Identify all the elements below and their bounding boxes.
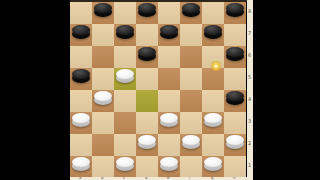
piece-black-d6[interactable] (138, 47, 156, 61)
piece-black-h4[interactable] (226, 91, 244, 105)
square-h6[interactable] (224, 46, 246, 68)
piece-black-a7[interactable] (72, 25, 90, 39)
square-e8[interactable] (158, 2, 180, 24)
square-a7[interactable] (70, 24, 92, 46)
square-c7[interactable] (114, 24, 136, 46)
square-c3[interactable] (114, 112, 136, 134)
piece-white-a3[interactable] (72, 113, 90, 127)
piece-white-c5[interactable] (116, 69, 134, 83)
square-e6[interactable] (158, 46, 180, 68)
piece-white-g3[interactable] (204, 113, 222, 127)
square-b3[interactable] (92, 112, 114, 134)
rank-label-1: 1 (248, 163, 251, 168)
rank-label-7: 7 (248, 31, 251, 36)
piece-black-a5[interactable] (72, 69, 90, 83)
square-b8[interactable] (92, 2, 114, 24)
piece-white-e3[interactable] (160, 113, 178, 127)
piece-white-b4[interactable] (94, 91, 112, 105)
square-e5[interactable] (158, 68, 180, 90)
piece-white-f2[interactable] (182, 135, 200, 149)
square-g6[interactable] (202, 46, 224, 68)
file-label-c: c (123, 177, 125, 180)
rank-label-5: 5 (248, 75, 251, 80)
square-h8[interactable] (224, 2, 246, 24)
square-b2[interactable] (92, 134, 114, 156)
square-d6[interactable] (136, 46, 158, 68)
rank-label-6: 6 (248, 53, 251, 58)
piece-black-e7[interactable] (160, 25, 178, 39)
piece-white-g1[interactable] (204, 157, 222, 171)
square-c8[interactable] (114, 2, 136, 24)
piece-white-d2[interactable] (138, 135, 156, 149)
square-g2[interactable] (202, 134, 224, 156)
square-b6[interactable] (92, 46, 114, 68)
piece-white-a1[interactable] (72, 157, 90, 171)
square-f1[interactable] (180, 156, 202, 178)
piece-white-h2[interactable] (226, 135, 244, 149)
square-g4[interactable] (202, 90, 224, 112)
square-e2[interactable] (158, 134, 180, 156)
square-d8[interactable] (136, 2, 158, 24)
square-d3[interactable] (136, 112, 158, 134)
square-a5[interactable] (70, 68, 92, 90)
file-label-d: d (145, 177, 148, 180)
file-label-e: e (167, 177, 169, 180)
square-c5[interactable] (114, 68, 136, 90)
piece-white-c1[interactable] (116, 157, 134, 171)
square-d1[interactable] (136, 156, 158, 178)
square-h4[interactable] (224, 90, 246, 112)
square-g7[interactable] (202, 24, 224, 46)
piece-black-c7[interactable] (116, 25, 134, 39)
file-label-a: a (79, 177, 81, 180)
square-f2[interactable] (180, 134, 202, 156)
piece-black-d8[interactable] (138, 3, 156, 17)
square-b4[interactable] (92, 90, 114, 112)
square-h1[interactable] (224, 156, 246, 178)
piece-black-f8[interactable] (182, 3, 200, 17)
square-a8[interactable] (70, 2, 92, 24)
square-f7[interactable] (180, 24, 202, 46)
square-h7[interactable] (224, 24, 246, 46)
piece-black-h6[interactable] (226, 47, 244, 61)
square-b7[interactable] (92, 24, 114, 46)
rank-label-4: 4 (248, 97, 251, 102)
square-f6[interactable] (180, 46, 202, 68)
square-g3[interactable] (202, 112, 224, 134)
piece-white-e1[interactable] (160, 157, 178, 171)
square-f3[interactable] (180, 112, 202, 134)
square-c4[interactable] (114, 90, 136, 112)
checkers-board (70, 2, 246, 178)
square-f4[interactable] (180, 90, 202, 112)
square-g1[interactable] (202, 156, 224, 178)
file-labels-strip: abcdefgh (70, 177, 247, 180)
piece-black-g7[interactable] (204, 25, 222, 39)
file-label-f: f (189, 177, 190, 180)
file-label-g: g (211, 177, 214, 180)
square-e4[interactable] (158, 90, 180, 112)
square-b5[interactable] (92, 68, 114, 90)
square-c2[interactable] (114, 134, 136, 156)
square-g5[interactable] (202, 68, 224, 90)
square-a4[interactable] (70, 90, 92, 112)
square-h3[interactable] (224, 112, 246, 134)
square-b1[interactable] (92, 156, 114, 178)
square-f5[interactable] (180, 68, 202, 90)
square-e3[interactable] (158, 112, 180, 134)
square-a2[interactable] (70, 134, 92, 156)
square-h2[interactable] (224, 134, 246, 156)
square-c6[interactable] (114, 46, 136, 68)
square-d4[interactable] (136, 90, 158, 112)
square-d2[interactable] (136, 134, 158, 156)
rank-label-2: 2 (248, 141, 251, 146)
square-g8[interactable] (202, 2, 224, 24)
piece-black-b8[interactable] (94, 3, 112, 17)
rank-label-8: 8 (248, 9, 251, 14)
square-a1[interactable] (70, 156, 92, 178)
rank-labels-strip: 87654321 (247, 0, 253, 180)
square-e1[interactable] (158, 156, 180, 178)
file-label-h: h (233, 177, 236, 180)
piece-black-h8[interactable] (226, 3, 244, 17)
square-c1[interactable] (114, 156, 136, 178)
square-f8[interactable] (180, 2, 202, 24)
app-background: 87654321 abcdefgh (0, 0, 320, 180)
square-d5[interactable] (136, 68, 158, 90)
square-a6[interactable] (70, 46, 92, 68)
square-a3[interactable] (70, 112, 92, 134)
rank-label-3: 3 (248, 119, 251, 124)
file-label-b: b (101, 177, 104, 180)
square-h5[interactable] (224, 68, 246, 90)
square-d7[interactable] (136, 24, 158, 46)
square-e7[interactable] (158, 24, 180, 46)
